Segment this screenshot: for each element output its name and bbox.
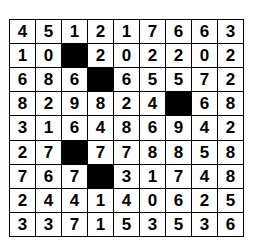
grid-cell[interactable]: 5 [192, 141, 217, 164]
grid-cell[interactable]: 7 [192, 68, 217, 91]
grid-cell[interactable]: 5 [36, 20, 61, 43]
grid-cell[interactable]: 5 [114, 213, 139, 236]
grid-cell[interactable]: 6 [62, 68, 87, 91]
grid-cell[interactable]: 6 [140, 116, 165, 139]
grid-cell[interactable]: 3 [218, 20, 243, 43]
grid-cell[interactable]: 7 [36, 141, 61, 164]
blocked-cell[interactable] [88, 165, 113, 188]
grid-cell[interactable]: 1 [114, 20, 139, 43]
grid-cell[interactable]: 6 [166, 189, 191, 212]
grid-cell[interactable]: 7 [88, 141, 113, 164]
grid-cell[interactable]: 4 [88, 116, 113, 139]
grid-cell[interactable]: 5 [166, 68, 191, 91]
grid-cell[interactable]: 8 [140, 141, 165, 164]
grid-cell[interactable]: 7 [114, 141, 139, 164]
grid-cell[interactable]: 0 [36, 44, 61, 67]
grid-cell[interactable]: 2 [218, 116, 243, 139]
grid-cell[interactable]: 3 [10, 116, 35, 139]
grid-cell[interactable]: 1 [88, 189, 113, 212]
grid-cell[interactable]: 6 [62, 116, 87, 139]
grid-cell[interactable]: 5 [140, 68, 165, 91]
grid-cell[interactable]: 2 [88, 20, 113, 43]
grid-cell[interactable]: 3 [36, 213, 61, 236]
grid-cell[interactable]: 1 [88, 213, 113, 236]
grid-cell[interactable]: 2 [166, 44, 191, 67]
grid-cell[interactable]: 8 [218, 92, 243, 115]
grid-cell[interactable]: 1 [62, 20, 87, 43]
grid-cell[interactable]: 7 [62, 213, 87, 236]
blocked-cell[interactable] [62, 44, 87, 67]
grid-cell[interactable]: 4 [192, 165, 217, 188]
blocked-cell[interactable] [166, 92, 191, 115]
grid-cell[interactable]: 2 [218, 68, 243, 91]
grid-cell[interactable]: 8 [166, 141, 191, 164]
grid-cell[interactable]: 4 [36, 189, 61, 212]
grid-cell[interactable]: 6 [192, 92, 217, 115]
blocked-cell[interactable] [62, 141, 87, 164]
grid-cell[interactable]: 2 [10, 189, 35, 212]
grid-cell[interactable]: 1 [10, 44, 35, 67]
grid-cell[interactable]: 8 [114, 116, 139, 139]
grid-cell[interactable]: 3 [10, 213, 35, 236]
grid-cell[interactable]: 1 [140, 165, 165, 188]
grid-cell[interactable]: 6 [36, 165, 61, 188]
grid-cell[interactable]: 6 [218, 213, 243, 236]
grid-cell[interactable]: 6 [114, 68, 139, 91]
blocked-cell[interactable] [88, 68, 113, 91]
grid-cell[interactable]: 8 [218, 141, 243, 164]
grid-cell[interactable]: 5 [166, 213, 191, 236]
grid-cell[interactable]: 8 [218, 165, 243, 188]
grid-cell[interactable]: 2 [88, 44, 113, 67]
grid-cell[interactable]: 4 [114, 189, 139, 212]
puzzle-grid: 4512176631020220268665572829824683164869… [9, 19, 244, 237]
grid-cell[interactable]: 2 [192, 189, 217, 212]
grid-cell[interactable]: 9 [62, 92, 87, 115]
grid-cell[interactable]: 8 [88, 92, 113, 115]
grid-cell[interactable]: 2 [140, 44, 165, 67]
grid-cell[interactable]: 6 [10, 68, 35, 91]
grid-cell[interactable]: 0 [192, 44, 217, 67]
grid-cell[interactable]: 2 [114, 92, 139, 115]
grid-cell[interactable]: 2 [36, 92, 61, 115]
grid-cell[interactable]: 4 [62, 189, 87, 212]
grid-cell[interactable]: 0 [114, 44, 139, 67]
grid-cell[interactable]: 8 [10, 92, 35, 115]
grid-cell[interactable]: 7 [166, 165, 191, 188]
grid-cell[interactable]: 0 [140, 189, 165, 212]
grid-cell[interactable]: 8 [36, 68, 61, 91]
grid-cell[interactable]: 7 [140, 20, 165, 43]
grid-cell[interactable]: 1 [36, 116, 61, 139]
grid-cell[interactable]: 9 [166, 116, 191, 139]
grid-cell[interactable]: 5 [218, 189, 243, 212]
grid-cell[interactable]: 3 [192, 213, 217, 236]
grid-cell[interactable]: 4 [10, 20, 35, 43]
grid-cell[interactable]: 7 [62, 165, 87, 188]
grid-cell[interactable]: 6 [166, 20, 191, 43]
grid-cell[interactable]: 2 [218, 44, 243, 67]
grid-cell[interactable]: 6 [192, 20, 217, 43]
grid-cell[interactable]: 3 [114, 165, 139, 188]
grid-cell[interactable]: 2 [10, 141, 35, 164]
grid-cell[interactable]: 4 [192, 116, 217, 139]
grid-cell[interactable]: 3 [140, 213, 165, 236]
grid-cell[interactable]: 4 [140, 92, 165, 115]
grid-cell[interactable]: 7 [10, 165, 35, 188]
